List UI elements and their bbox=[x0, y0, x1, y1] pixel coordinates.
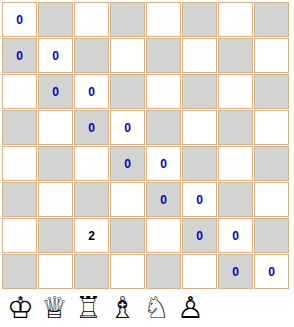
board-cell-r0c3[interactable] bbox=[110, 2, 145, 37]
board-cell-r3c0[interactable] bbox=[2, 110, 37, 145]
board-cell-r2c6[interactable] bbox=[218, 74, 253, 109]
board-cell-r2c0[interactable] bbox=[2, 74, 37, 109]
board-cell-r6c4[interactable] bbox=[146, 218, 181, 253]
board-cell-r6c3[interactable] bbox=[110, 218, 145, 253]
board-cell-r7c6[interactable]: 0 bbox=[218, 254, 253, 289]
piece-palette: ♔♕♖♗♘♙ bbox=[4, 290, 207, 326]
palette-white-bishop-icon[interactable]: ♗ bbox=[106, 291, 139, 325]
board-cell-r7c1[interactable] bbox=[38, 254, 73, 289]
board-cell-r0c7[interactable] bbox=[254, 2, 289, 37]
board-cell-r4c0[interactable] bbox=[2, 146, 37, 181]
board-cell-r1c4[interactable] bbox=[146, 38, 181, 73]
board-cell-r5c1[interactable] bbox=[38, 182, 73, 217]
board-cell-r7c0[interactable] bbox=[2, 254, 37, 289]
board-cell-r3c3[interactable]: 0 bbox=[110, 110, 145, 145]
board-cell-r0c0[interactable]: 0 bbox=[2, 2, 37, 37]
board-cell-r1c1[interactable]: 0 bbox=[38, 38, 73, 73]
board-cell-r7c5[interactable] bbox=[182, 254, 217, 289]
board-cell-r3c5[interactable] bbox=[182, 110, 217, 145]
board-cell-r0c4[interactable] bbox=[146, 2, 181, 37]
board-cell-r6c7[interactable] bbox=[254, 218, 289, 253]
board-cell-r5c7[interactable] bbox=[254, 182, 289, 217]
board-cell-r7c3[interactable] bbox=[110, 254, 145, 289]
board-cell-r2c1[interactable]: 0 bbox=[38, 74, 73, 109]
board-cell-r0c5[interactable] bbox=[182, 2, 217, 37]
board-cell-r3c2[interactable]: 0 bbox=[74, 110, 109, 145]
board-cell-r6c2[interactable]: 2 bbox=[74, 218, 109, 253]
board-cell-r5c4[interactable]: 0 bbox=[146, 182, 181, 217]
board-cell-r0c1[interactable] bbox=[38, 2, 73, 37]
board-cell-r6c1[interactable] bbox=[38, 218, 73, 253]
board-cell-r2c5[interactable] bbox=[182, 74, 217, 109]
board-cell-r4c3[interactable]: 0 bbox=[110, 146, 145, 181]
board-cell-r4c5[interactable] bbox=[182, 146, 217, 181]
board-cell-r2c3[interactable] bbox=[110, 74, 145, 109]
board-cell-r6c0[interactable] bbox=[2, 218, 37, 253]
palette-white-knight-icon[interactable]: ♘ bbox=[140, 291, 173, 325]
palette-white-rook-icon[interactable]: ♖ bbox=[72, 291, 105, 325]
board-cell-r2c7[interactable] bbox=[254, 74, 289, 109]
board-cell-r1c3[interactable] bbox=[110, 38, 145, 73]
palette-white-king-icon[interactable]: ♔ bbox=[4, 291, 37, 325]
board-cell-r5c3[interactable] bbox=[110, 182, 145, 217]
board-cell-r3c4[interactable] bbox=[146, 110, 181, 145]
board-cell-r3c1[interactable] bbox=[38, 110, 73, 145]
board-cell-r5c2[interactable] bbox=[74, 182, 109, 217]
board-cell-r3c6[interactable] bbox=[218, 110, 253, 145]
board-cell-r1c5[interactable] bbox=[182, 38, 217, 73]
board-cell-r4c7[interactable] bbox=[254, 146, 289, 181]
board-cell-r1c0[interactable]: 0 bbox=[2, 38, 37, 73]
board-cell-r4c1[interactable] bbox=[38, 146, 73, 181]
board-cell-r7c4[interactable] bbox=[146, 254, 181, 289]
board-cell-r4c2[interactable] bbox=[74, 146, 109, 181]
board-cell-r6c6[interactable]: 0 bbox=[218, 218, 253, 253]
board-cell-r1c2[interactable] bbox=[74, 38, 109, 73]
board-cell-r0c2[interactable] bbox=[74, 2, 109, 37]
board-cell-r6c5[interactable]: 0 bbox=[182, 218, 217, 253]
chess-board: 0000000000020000 bbox=[2, 2, 289, 289]
board-cell-r5c5[interactable]: 0 bbox=[182, 182, 217, 217]
board-cell-r2c4[interactable] bbox=[146, 74, 181, 109]
board-cell-r1c6[interactable] bbox=[218, 38, 253, 73]
board-cell-r5c6[interactable] bbox=[218, 182, 253, 217]
board-cell-r4c4[interactable]: 0 bbox=[146, 146, 181, 181]
board-cell-r5c0[interactable] bbox=[2, 182, 37, 217]
board-cell-r3c7[interactable] bbox=[254, 110, 289, 145]
board-cell-r7c2[interactable] bbox=[74, 254, 109, 289]
board-cell-r7c7[interactable]: 0 bbox=[254, 254, 289, 289]
board-cell-r0c6[interactable] bbox=[218, 2, 253, 37]
palette-white-queen-icon[interactable]: ♕ bbox=[38, 291, 71, 325]
palette-white-pawn-icon[interactable]: ♙ bbox=[174, 291, 207, 325]
board-cell-r1c7[interactable] bbox=[254, 38, 289, 73]
app-window: 0000000000020000 ♔♕♖♗♘♙ bbox=[0, 0, 294, 327]
board-cell-r2c2[interactable]: 0 bbox=[74, 74, 109, 109]
board-cell-r4c6[interactable] bbox=[218, 146, 253, 181]
